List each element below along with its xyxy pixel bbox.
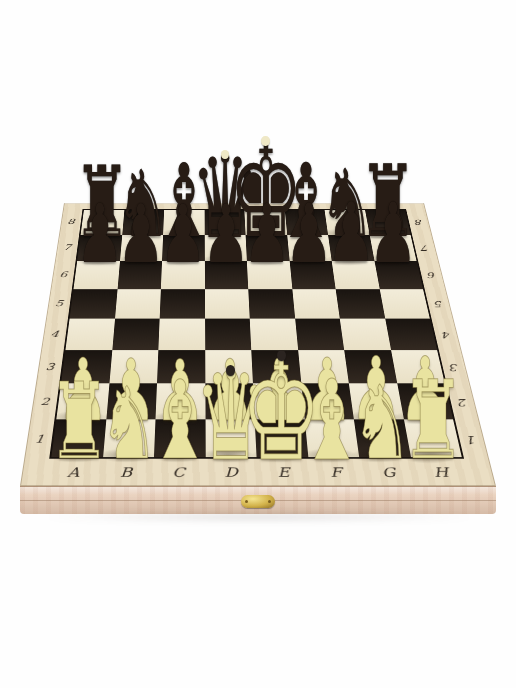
- rank-label-right: 5: [434, 299, 444, 307]
- rank-label-left: 1: [34, 434, 45, 445]
- brass-latch-icon: [241, 495, 275, 508]
- rank-label-left: 4: [50, 330, 59, 339]
- finial-tip-icon: [226, 365, 235, 375]
- white-rook-icon: ♜: [401, 367, 465, 475]
- pieces-layer: ♜♞♝♛♚♝♞♜♟♟♟♟♟♟♟♟♟♟♟♟♟♟♟♟♜♞♝♛♚♝♞♜: [0, 0, 516, 688]
- rank-label-left: 7: [63, 244, 72, 251]
- rank-label-left: 5: [55, 299, 64, 307]
- rank-label-right: 6: [427, 271, 437, 279]
- square-b5[interactable]: [115, 289, 161, 319]
- square-h5[interactable]: [379, 289, 429, 319]
- black-pawn-icon: ♟: [117, 194, 165, 275]
- black-pawn-icon: ♟: [368, 192, 417, 275]
- rank-label-left: 6: [59, 271, 68, 279]
- drop-shadow: [34, 512, 484, 522]
- rank-label-right: 7: [421, 244, 430, 251]
- square-g5[interactable]: [336, 289, 385, 319]
- black-pawn-icon: ♟: [159, 195, 206, 275]
- square-f5[interactable]: [292, 289, 340, 319]
- finial-tip-icon: [261, 136, 270, 147]
- rank-label-right: 1: [466, 434, 478, 445]
- square-d5[interactable]: [205, 289, 250, 319]
- finial-tip-icon: [277, 350, 287, 361]
- square-e5[interactable]: [248, 289, 294, 319]
- square-c5[interactable]: [160, 289, 205, 319]
- square-a5[interactable]: [70, 289, 118, 319]
- chess-set-photo: 88A77B66C55D44E33F22G11H ♜♞♝♛♚♝♞♜♟♟♟♟♟♟♟…: [0, 0, 516, 688]
